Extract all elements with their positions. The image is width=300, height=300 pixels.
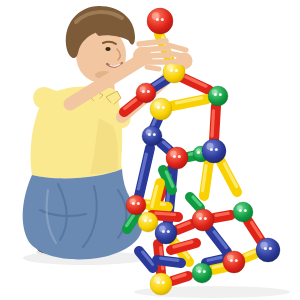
toy-ball-spec <box>149 219 152 222</box>
thumb <box>147 67 159 69</box>
toy-ball-spec <box>203 270 206 273</box>
toy-ball-green <box>208 86 228 106</box>
toy-ball-spec <box>197 151 200 154</box>
toy-ball-spec <box>244 209 247 212</box>
toy-ball-spec <box>204 217 207 220</box>
toy-ball-spec <box>137 202 140 205</box>
toy-rod-blue <box>210 230 227 252</box>
boy-sleeve-right <box>44 98 66 106</box>
toy-ball-spec <box>162 106 165 109</box>
toy-ball-red <box>192 209 214 231</box>
toy-rod-sheen <box>213 265 223 267</box>
finger <box>139 41 166 44</box>
toy-rod-red <box>181 77 209 90</box>
toy-ball-spec <box>170 69 173 72</box>
toy-ball-spec <box>235 259 238 262</box>
toy-ball-spec <box>175 69 178 72</box>
toy-ball-spec <box>199 217 202 220</box>
toy-ball-red <box>223 251 245 273</box>
toy-ball-spec <box>198 270 201 273</box>
toy-ball-red <box>147 8 173 34</box>
toy-ball-green <box>233 202 253 222</box>
toy-ball-spec <box>161 18 164 21</box>
toy-rod-sheen <box>156 213 175 214</box>
toy-rod-sheen <box>212 111 213 136</box>
toy-ball-spec <box>215 148 218 151</box>
toy-ball-spec <box>230 259 233 262</box>
toy-ball-spec <box>157 106 160 109</box>
boy-eye <box>105 47 110 51</box>
toy-ball-blue <box>202 139 226 163</box>
toy-rod-sheen <box>216 213 228 215</box>
toy-ball-red <box>126 195 146 215</box>
toy-ball-spec <box>148 133 151 136</box>
finger <box>140 48 168 50</box>
toy-ball-spec <box>142 90 145 93</box>
toy-ball-spec <box>239 209 242 212</box>
toy-ball-yellow <box>138 212 158 232</box>
toy-ball-red <box>136 83 156 103</box>
toy-rod-yellow <box>220 160 237 192</box>
toy-ball-spec <box>156 18 159 21</box>
toy-ball-spec <box>178 155 181 158</box>
toy-rod-red <box>248 221 261 241</box>
toy-ball-spec <box>153 133 156 136</box>
photo <box>0 0 300 300</box>
toy-ball-spec <box>132 202 135 205</box>
toy-ball-blue <box>142 126 162 146</box>
toy-ball-spec <box>162 230 165 233</box>
finger <box>168 45 186 50</box>
toy-ball-blue <box>155 222 177 244</box>
toy-ball-spec <box>162 281 165 284</box>
finger <box>142 55 169 56</box>
toy-ball-yellow <box>150 273 172 295</box>
photo-canvas <box>0 0 300 300</box>
toy-rod-sheen <box>161 258 178 260</box>
toy-ball-spec <box>214 93 217 96</box>
finger <box>171 61 189 64</box>
toy-ball-spec <box>167 230 170 233</box>
toy-ball-spec <box>264 247 267 250</box>
toy-ball-spec <box>173 155 176 158</box>
toy-ball-spec <box>144 219 147 222</box>
toy-ball-spec <box>269 247 272 250</box>
toy-ball-green <box>192 263 212 283</box>
toy-ball-spec <box>147 90 150 93</box>
toy-ball-spec <box>157 281 160 284</box>
toy-ball-spec <box>219 93 222 96</box>
toy-ball-yellow <box>150 98 172 120</box>
toy-ball-red <box>166 147 188 169</box>
toy-ball-blue <box>256 238 280 262</box>
toy-ball-spec <box>210 148 213 151</box>
